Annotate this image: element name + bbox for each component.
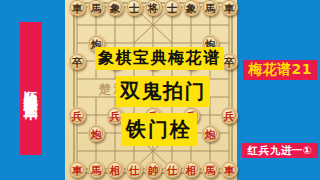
piece-glyph: 車 xyxy=(72,164,83,175)
piece-glyph: 卒 xyxy=(72,56,83,67)
red-piece-c[interactable]: 炮 xyxy=(202,125,219,142)
piece-glyph: 馬 xyxy=(91,2,102,13)
red-piece-p[interactable]: 兵 xyxy=(221,107,238,124)
red-piece-r[interactable]: 車 xyxy=(69,161,86,178)
red-piece-r[interactable]: 車 xyxy=(221,161,238,178)
caption-tactic-2: 铁门栓 xyxy=(121,113,197,146)
piece-glyph: 車 xyxy=(224,164,235,175)
piece-glyph: 象 xyxy=(110,2,121,13)
red-piece-n[interactable]: 馬 xyxy=(88,161,105,178)
piece-glyph: 仕 xyxy=(129,164,140,175)
caption-app-title: 象棋宝典梅花谱 xyxy=(95,47,224,70)
piece-glyph: 士 xyxy=(129,2,140,13)
left-title-text: 顺炮横车破直车四 xyxy=(20,80,42,98)
series-badge: 梅花谱21 xyxy=(243,60,317,80)
black-piece-b[interactable]: 象 xyxy=(107,0,124,16)
piece-glyph: 炮 xyxy=(91,128,102,139)
piece-glyph: 馬 xyxy=(91,164,102,175)
black-piece-a[interactable]: 士 xyxy=(164,0,181,16)
piece-glyph: 士 xyxy=(167,2,178,13)
piece-glyph: 将 xyxy=(148,2,159,13)
video-thumbnail: 顺炮横车破直车四 楚河 漢界 車馬象士将士象馬車炮炮卒卒卒卒卒兵兵兵兵兵炮炮車馬… xyxy=(0,0,320,180)
red-piece-a[interactable]: 仕 xyxy=(164,161,181,178)
red-piece-b[interactable]: 相 xyxy=(183,161,200,178)
red-piece-b[interactable]: 相 xyxy=(107,161,124,178)
piece-glyph: 兵 xyxy=(72,110,83,121)
piece-glyph: 卒 xyxy=(224,56,235,67)
piece-glyph: 車 xyxy=(72,2,83,13)
black-piece-r[interactable]: 車 xyxy=(221,0,238,16)
piece-glyph: 帥 xyxy=(148,164,159,175)
black-piece-n[interactable]: 馬 xyxy=(202,0,219,16)
piece-glyph: 車 xyxy=(224,2,235,13)
black-piece-a[interactable]: 士 xyxy=(126,0,143,16)
piece-glyph: 象 xyxy=(186,2,197,13)
piece-glyph: 仕 xyxy=(167,164,178,175)
piece-glyph: 馬 xyxy=(205,164,216,175)
piece-glyph: 相 xyxy=(110,164,121,175)
piece-glyph: 相 xyxy=(186,164,197,175)
black-piece-k[interactable]: 将 xyxy=(145,0,162,16)
piece-glyph: 兵 xyxy=(110,110,121,121)
piece-glyph: 炮 xyxy=(205,128,216,139)
black-piece-b[interactable]: 象 xyxy=(183,0,200,16)
move-annotation-badge: 红兵九进一① xyxy=(242,143,318,158)
piece-glyph: 馬 xyxy=(205,2,216,13)
red-piece-n[interactable]: 馬 xyxy=(202,161,219,178)
black-piece-n[interactable]: 馬 xyxy=(88,0,105,16)
piece-glyph: 兵 xyxy=(224,110,235,121)
red-piece-k[interactable]: 帥 xyxy=(145,161,162,178)
left-title-banner: 顺炮横车破直车四 xyxy=(20,22,42,155)
caption-tactic-1: 双鬼拍门 xyxy=(116,76,210,107)
red-piece-a[interactable]: 仕 xyxy=(126,161,143,178)
black-piece-p[interactable]: 卒 xyxy=(69,53,86,70)
black-piece-r[interactable]: 車 xyxy=(69,0,86,16)
red-piece-c[interactable]: 炮 xyxy=(88,125,105,142)
red-piece-p[interactable]: 兵 xyxy=(69,107,86,124)
